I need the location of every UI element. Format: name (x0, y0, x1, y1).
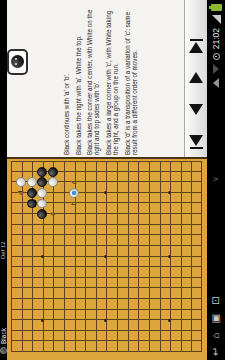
board-grid: abcd (5, 156, 207, 358)
previous-move-button[interactable] (186, 96, 206, 124)
commentary-line: Black continues with 'a' or 'b'. (63, 5, 70, 155)
last-move-button[interactable] (186, 32, 206, 60)
last-move-marker (72, 191, 76, 195)
move-navigation-bar (184, 0, 207, 157)
commentary-line: Black 'd' is a transposition of a variat… (124, 5, 138, 155)
variation-label-a: a (69, 177, 80, 188)
next-move-button[interactable] (186, 64, 206, 92)
white-stone-last-move (69, 188, 79, 198)
variation-label-d: d (16, 188, 27, 199)
screenshot-root: Black Def 12 abcd Black continues with '… (0, 0, 225, 360)
star-point (168, 255, 171, 258)
android-system-bar: ↩ ⌂ ▣ ⊡ ∨ 21:02 (207, 0, 225, 360)
white-stone (16, 177, 26, 187)
talking-stone-icon[interactable] (7, 49, 28, 75)
white-stone (48, 177, 58, 187)
recents-icon[interactable]: ▣ (207, 314, 225, 323)
first-move-button[interactable] (186, 128, 206, 156)
commentary-line: Black takes the right with 'a'. White th… (75, 5, 82, 155)
black-stone (27, 188, 37, 198)
clock-label: 21:02 (207, 28, 225, 49)
black-stone (27, 199, 37, 209)
black-stone (48, 167, 58, 177)
star-point (41, 319, 44, 322)
system-nav-icons: ↩ ⌂ ▣ ⊡ (207, 297, 225, 360)
star-point (104, 319, 107, 322)
landscape-app: Black Def 12 abcd Black continues with '… (0, 0, 225, 360)
back-icon[interactable]: ↩ (207, 348, 225, 356)
tray-down-icon[interactable] (213, 64, 219, 74)
go-board[interactable]: abcd (7, 157, 207, 360)
star-point (168, 191, 171, 194)
skip-to-end-icon (189, 42, 203, 53)
battery-icon (211, 4, 222, 11)
black-stone (37, 209, 47, 219)
status-tray: 21:02 (207, 4, 225, 88)
stone-face-icon (11, 56, 24, 69)
variation-label-b: b (69, 198, 80, 209)
commentary-line: Black takes a large corner with 'c', wit… (105, 5, 119, 155)
next-icon (189, 73, 203, 84)
alarm-icon (213, 53, 220, 60)
variation-commentary: Black continues with 'a' or 'b'. Black t… (63, 5, 142, 155)
variation-label-c: c (48, 209, 59, 220)
tray-up-icon[interactable] (213, 78, 219, 88)
home-icon[interactable]: ⌂ (207, 333, 225, 339)
signal-icon (212, 15, 221, 24)
screenshot-icon[interactable]: ⊡ (207, 297, 225, 305)
star-point (168, 319, 171, 322)
previous-icon (189, 105, 203, 116)
star-point (41, 255, 44, 258)
black-stone (37, 177, 47, 187)
star-point (104, 191, 107, 194)
commentary-line: Black takes the corner and center, with … (86, 5, 100, 155)
white-stone (27, 177, 37, 187)
star-point (104, 255, 107, 258)
white-stone (37, 188, 47, 198)
white-stone (37, 199, 47, 209)
commentary-panel: Black continues with 'a' or 'b'. Black t… (7, 0, 184, 157)
black-stone (37, 167, 47, 177)
skip-to-start-icon (190, 147, 203, 150)
notification-chevron-icon[interactable]: ∨ (207, 176, 225, 182)
